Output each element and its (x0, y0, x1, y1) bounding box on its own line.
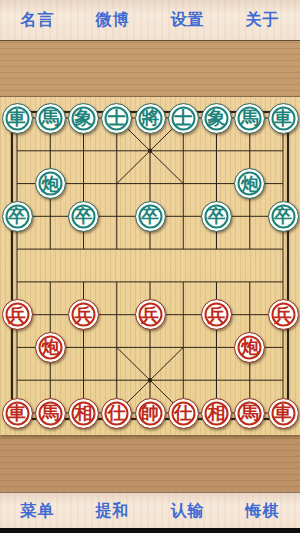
piece-glyph: 象 (75, 109, 93, 127)
bottom-black-strip (0, 528, 300, 533)
piece-red-soldier[interactable]: 兵 (268, 299, 299, 330)
piece-red-advisor[interactable]: 仕 (168, 398, 199, 429)
piece-glyph: 兵 (75, 306, 93, 324)
piece-red-soldier[interactable]: 兵 (201, 299, 232, 330)
piece-black-cannon[interactable]: 炮 (35, 168, 66, 199)
piece-glyph: 士 (108, 109, 126, 127)
piece-red-advisor[interactable]: 仕 (101, 398, 132, 429)
top-bar: 名言 微博 设置 关于 (0, 0, 300, 41)
piece-glyph: 車 (274, 109, 292, 127)
piece-glyph: 卒 (8, 207, 26, 225)
piece-red-elephant[interactable]: 相 (68, 398, 99, 429)
piece-black-soldier[interactable]: 卒 (201, 201, 232, 232)
piece-glyph: 卒 (141, 207, 159, 225)
piece-glyph: 兵 (141, 306, 159, 324)
piece-glyph: 士 (174, 109, 192, 127)
menu-button[interactable]: 菜单 (0, 493, 75, 528)
piece-red-soldier[interactable]: 兵 (135, 299, 166, 330)
piece-glyph: 兵 (274, 306, 292, 324)
piece-glyph: 炮 (241, 338, 259, 356)
piece-glyph: 卒 (75, 207, 93, 225)
xiangqi-board[interactable] (0, 97, 300, 435)
piece-black-soldier[interactable]: 卒 (268, 201, 299, 232)
piece-red-chariot[interactable]: 車 (2, 398, 33, 429)
piece-glyph: 仕 (174, 404, 192, 422)
piece-glyph: 車 (274, 404, 292, 422)
piece-black-advisor[interactable]: 士 (168, 103, 199, 134)
piece-black-advisor[interactable]: 士 (101, 103, 132, 134)
piece-glyph: 馬 (241, 404, 259, 422)
piece-glyph: 兵 (208, 306, 226, 324)
menu-item-about[interactable]: 关于 (225, 0, 300, 40)
menu-item-quotes[interactable]: 名言 (0, 0, 75, 40)
piece-glyph: 象 (208, 109, 226, 127)
piece-red-cannon[interactable]: 炮 (35, 332, 66, 363)
piece-red-elephant[interactable]: 相 (201, 398, 232, 429)
piece-glyph: 炮 (41, 338, 59, 356)
piece-red-horse[interactable]: 馬 (234, 398, 265, 429)
piece-black-elephant[interactable]: 象 (201, 103, 232, 134)
piece-black-elephant[interactable]: 象 (68, 103, 99, 134)
menu-item-weibo[interactable]: 微博 (75, 0, 150, 40)
piece-black-horse[interactable]: 馬 (35, 103, 66, 134)
piece-glyph: 馬 (241, 109, 259, 127)
piece-glyph: 馬 (41, 109, 59, 127)
piece-glyph: 帥 (141, 404, 159, 422)
board-lines (0, 97, 300, 435)
piece-black-chariot[interactable]: 車 (2, 103, 33, 134)
bottom-bar: 菜单 提和 认输 悔棋 (0, 492, 300, 528)
offer-draw-button[interactable]: 提和 (75, 493, 150, 528)
piece-black-chariot[interactable]: 車 (268, 103, 299, 134)
piece-glyph: 馬 (41, 404, 59, 422)
piece-glyph: 兵 (8, 306, 26, 324)
piece-glyph: 卒 (274, 207, 292, 225)
piece-black-horse[interactable]: 馬 (234, 103, 265, 134)
piece-red-general[interactable]: 帥 (135, 398, 166, 429)
piece-red-cannon[interactable]: 炮 (234, 332, 265, 363)
piece-black-soldier[interactable]: 卒 (135, 201, 166, 232)
piece-glyph: 卒 (208, 207, 226, 225)
piece-black-general[interactable]: 將 (135, 103, 166, 134)
piece-glyph: 將 (141, 109, 159, 127)
piece-glyph: 仕 (108, 404, 126, 422)
app-screen: 名言 微博 设置 关于 車馬象士將士象馬車炮炮 (0, 0, 300, 533)
piece-glyph: 車 (8, 109, 26, 127)
piece-black-soldier[interactable]: 卒 (68, 201, 99, 232)
piece-glyph: 車 (8, 404, 26, 422)
undo-move-button[interactable]: 悔棋 (225, 493, 300, 528)
piece-glyph: 相 (208, 404, 226, 422)
piece-glyph: 炮 (241, 175, 259, 193)
piece-glyph: 相 (75, 404, 93, 422)
piece-red-chariot[interactable]: 車 (268, 398, 299, 429)
piece-red-horse[interactable]: 馬 (35, 398, 66, 429)
piece-red-soldier[interactable]: 兵 (68, 299, 99, 330)
piece-glyph: 炮 (41, 175, 59, 193)
menu-item-settings[interactable]: 设置 (150, 0, 225, 40)
piece-red-soldier[interactable]: 兵 (2, 299, 33, 330)
resign-button[interactable]: 认输 (150, 493, 225, 528)
piece-black-soldier[interactable]: 卒 (2, 201, 33, 232)
